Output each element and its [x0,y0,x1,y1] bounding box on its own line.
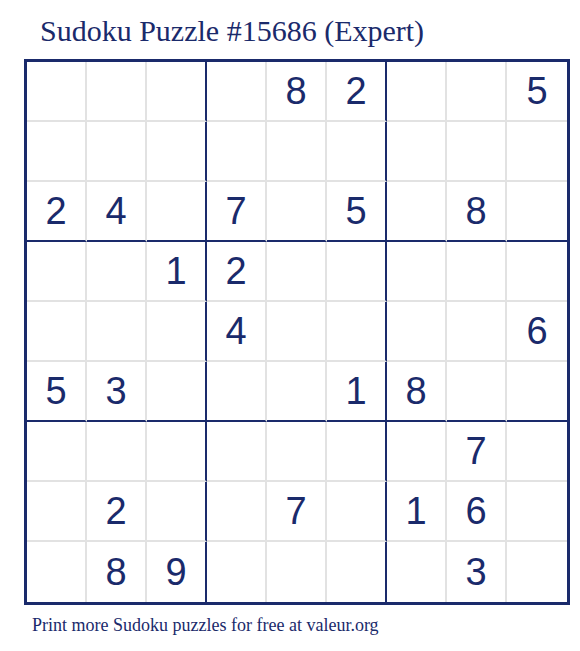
cell-r4c2-empty [87,242,147,302]
cell-r2c1-empty [27,122,87,182]
cell-r1c5-given: 8 [267,62,327,122]
cell-r5c4-given: 4 [207,302,267,362]
cell-r8c3-empty [147,482,207,542]
cell-r6c6-given: 1 [327,362,387,422]
cell-r9c9-empty [507,542,567,602]
cell-r1c8-empty [447,62,507,122]
cell-r7c8-given: 7 [447,422,507,482]
cell-r8c1-empty [27,482,87,542]
footer-text: Print more Sudoku puzzles for free at va… [32,615,379,636]
cell-r4c6-empty [327,242,387,302]
cell-r5c7-empty [387,302,447,362]
cell-r3c2-given: 4 [87,182,147,242]
cell-r3c6-given: 5 [327,182,387,242]
cell-r4c4-given: 2 [207,242,267,302]
cell-r4c3-given: 1 [147,242,207,302]
cell-r6c4-empty [207,362,267,422]
cell-r2c4-empty [207,122,267,182]
cell-r2c5-empty [267,122,327,182]
cell-r6c9-empty [507,362,567,422]
cell-r9c1-empty [27,542,87,602]
cell-r7c7-empty [387,422,447,482]
cell-r4c9-empty [507,242,567,302]
cell-r4c1-empty [27,242,87,302]
cell-r2c2-empty [87,122,147,182]
cell-r3c3-empty [147,182,207,242]
cell-r3c1-given: 2 [27,182,87,242]
cell-r3c7-empty [387,182,447,242]
cell-r1c1-empty [27,62,87,122]
cell-r3c9-empty [507,182,567,242]
sudoku-board: 825247581246531872716893 [24,59,570,605]
cell-r1c6-given: 2 [327,62,387,122]
cell-r8c5-given: 7 [267,482,327,542]
cell-r1c2-empty [87,62,147,122]
cell-r4c5-empty [267,242,327,302]
cell-r2c3-empty [147,122,207,182]
cell-r9c7-empty [387,542,447,602]
cell-r7c5-empty [267,422,327,482]
cell-r5c9-given: 6 [507,302,567,362]
cell-r6c8-empty [447,362,507,422]
cell-r5c6-empty [327,302,387,362]
cell-r8c8-given: 6 [447,482,507,542]
cell-r9c4-empty [207,542,267,602]
cell-r9c5-empty [267,542,327,602]
cell-r8c4-empty [207,482,267,542]
cell-r5c8-empty [447,302,507,362]
cell-r2c8-empty [447,122,507,182]
cell-r2c7-empty [387,122,447,182]
cell-r7c1-empty [27,422,87,482]
cell-r7c6-empty [327,422,387,482]
cell-r6c2-given: 3 [87,362,147,422]
cell-r6c1-given: 5 [27,362,87,422]
cell-r1c7-empty [387,62,447,122]
cell-r8c6-empty [327,482,387,542]
cell-r8c7-given: 1 [387,482,447,542]
cell-r2c6-empty [327,122,387,182]
cell-r7c3-empty [147,422,207,482]
puzzle-title: Sudoku Puzzle #15686 (Expert) [40,14,424,48]
cell-r9c3-given: 9 [147,542,207,602]
cell-r3c4-given: 7 [207,182,267,242]
cell-r8c9-empty [507,482,567,542]
cell-r3c8-given: 8 [447,182,507,242]
cell-r4c7-empty [387,242,447,302]
cell-r5c3-empty [147,302,207,362]
cell-r1c9-given: 5 [507,62,567,122]
cell-r3c5-empty [267,182,327,242]
cell-r1c4-empty [207,62,267,122]
cell-r4c8-empty [447,242,507,302]
cell-r1c3-empty [147,62,207,122]
cell-r6c7-given: 8 [387,362,447,422]
cell-r7c9-empty [507,422,567,482]
cell-r9c2-given: 8 [87,542,147,602]
cell-r9c8-given: 3 [447,542,507,602]
cell-r6c3-empty [147,362,207,422]
cell-r7c4-empty [207,422,267,482]
cell-r2c9-empty [507,122,567,182]
cell-r8c2-given: 2 [87,482,147,542]
cell-r5c5-empty [267,302,327,362]
cell-r9c6-empty [327,542,387,602]
cell-r6c5-empty [267,362,327,422]
cell-r5c2-empty [87,302,147,362]
cell-r5c1-empty [27,302,87,362]
cell-r7c2-empty [87,422,147,482]
